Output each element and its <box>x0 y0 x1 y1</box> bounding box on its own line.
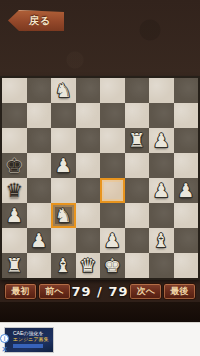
square-c4 <box>51 178 76 203</box>
ad-info-icon[interactable]: i <box>0 334 9 343</box>
square-b6 <box>27 128 52 153</box>
square-h3 <box>174 203 199 228</box>
ad-close-icon[interactable]: ✕ <box>0 345 9 354</box>
white-knight: ♞ <box>55 81 72 100</box>
square-c7 <box>51 103 76 128</box>
white-bishop: ♝ <box>153 231 170 250</box>
ad-banner[interactable]: CAEの強化を エンジニア募集 日本アムスコ CAEの相談は日本 アムスコへ 開… <box>0 322 200 356</box>
square-e3 <box>100 203 125 228</box>
square-f2 <box>125 228 150 253</box>
square-g5 <box>149 153 174 178</box>
square-h4: ♟ <box>174 178 199 203</box>
square-e5 <box>100 153 125 178</box>
white-king: ♚ <box>104 256 121 275</box>
square-g7 <box>149 103 174 128</box>
ad-thumb-text-2: エンジニア募集 <box>5 336 53 342</box>
white-pawn: ♟ <box>6 206 23 225</box>
square-g4: ♟ <box>149 178 174 203</box>
square-a1: ♜ <box>2 253 27 278</box>
square-f8 <box>125 78 150 103</box>
square-a7 <box>2 103 27 128</box>
chess-board: ♞♜♟♚♟♛♟♟♟♞♟♟♝♜♝♛♚ <box>2 78 198 278</box>
ad-thumb-text-1: CAEの強化を <box>5 328 53 336</box>
replay-controls: 最初 前へ 79 / 79 次へ 最後 <box>0 280 200 302</box>
first-move-button[interactable]: 最初 <box>4 283 37 300</box>
square-e2: ♟ <box>100 228 125 253</box>
square-e1: ♚ <box>100 253 125 278</box>
white-pawn: ♟ <box>104 231 121 250</box>
white-pawn: ♟ <box>177 181 194 200</box>
square-g1 <box>149 253 174 278</box>
square-g3 <box>149 203 174 228</box>
square-d4 <box>76 178 101 203</box>
square-b3 <box>27 203 52 228</box>
square-g2: ♝ <box>149 228 174 253</box>
square-h7 <box>174 103 199 128</box>
square-b7 <box>27 103 52 128</box>
square-c6 <box>51 128 76 153</box>
square-d1: ♛ <box>76 253 101 278</box>
square-b4 <box>27 178 52 203</box>
chess-board-frame: ♞♜♟♚♟♛♟♟♟♞♟♟♝♜♝♛♚ <box>0 76 200 280</box>
square-f6: ♜ <box>125 128 150 153</box>
square-b8 <box>27 78 52 103</box>
white-queen: ♛ <box>79 256 96 275</box>
white-bishop: ♝ <box>55 256 72 275</box>
square-a3: ♟ <box>2 203 27 228</box>
black-king: ♚ <box>6 156 23 175</box>
square-e6 <box>100 128 125 153</box>
white-rook: ♜ <box>128 131 145 150</box>
square-h2 <box>174 228 199 253</box>
square-c5: ♟ <box>51 153 76 178</box>
next-move-button[interactable]: 次へ <box>129 283 162 300</box>
square-h5 <box>174 153 199 178</box>
square-a2 <box>2 228 27 253</box>
white-pawn: ♟ <box>153 131 170 150</box>
back-button[interactable]: 戻る <box>8 10 64 31</box>
square-h6 <box>174 128 199 153</box>
square-e4 <box>100 178 125 203</box>
ad-thumb-micro-text <box>13 344 43 348</box>
square-f3 <box>125 203 150 228</box>
square-c3: ♞ <box>51 203 76 228</box>
square-g6: ♟ <box>149 128 174 153</box>
square-d7 <box>76 103 101 128</box>
white-pawn: ♟ <box>55 156 72 175</box>
square-d8 <box>76 78 101 103</box>
app-screen: 戻る ♞♜♟♚♟♛♟♟♟♞♟♟♝♜♝♛♚ 最初 前へ 79 / 79 次へ 最後… <box>0 0 200 356</box>
square-b1 <box>27 253 52 278</box>
square-h8 <box>174 78 199 103</box>
square-b5 <box>27 153 52 178</box>
square-e8 <box>100 78 125 103</box>
white-knight: ♞ <box>55 206 72 225</box>
square-e7 <box>100 103 125 128</box>
square-d3 <box>76 203 101 228</box>
move-counter: 79 / 79 <box>72 284 129 299</box>
square-h1 <box>174 253 199 278</box>
square-g8 <box>149 78 174 103</box>
square-c8: ♞ <box>51 78 76 103</box>
back-button-label: 戻る <box>21 14 51 28</box>
square-a5: ♚ <box>2 153 27 178</box>
square-f1 <box>125 253 150 278</box>
square-d5 <box>76 153 101 178</box>
square-d6 <box>76 128 101 153</box>
square-d2 <box>76 228 101 253</box>
last-move-button[interactable]: 最後 <box>163 283 196 300</box>
square-a4: ♛ <box>2 178 27 203</box>
square-a8 <box>2 78 27 103</box>
white-pawn: ♟ <box>153 181 170 200</box>
square-f4 <box>125 178 150 203</box>
ad-thumbnail[interactable]: CAEの強化を エンジニア募集 <box>4 327 54 353</box>
square-b2: ♟ <box>27 228 52 253</box>
white-pawn: ♟ <box>30 231 47 250</box>
lower-divider-strip <box>0 302 200 322</box>
square-f5 <box>125 153 150 178</box>
white-rook: ♜ <box>6 256 23 275</box>
prev-move-button[interactable]: 前へ <box>38 283 71 300</box>
square-c2 <box>51 228 76 253</box>
square-c1: ♝ <box>51 253 76 278</box>
square-a6 <box>2 128 27 153</box>
square-f7 <box>125 103 150 128</box>
black-queen: ♛ <box>6 181 23 200</box>
